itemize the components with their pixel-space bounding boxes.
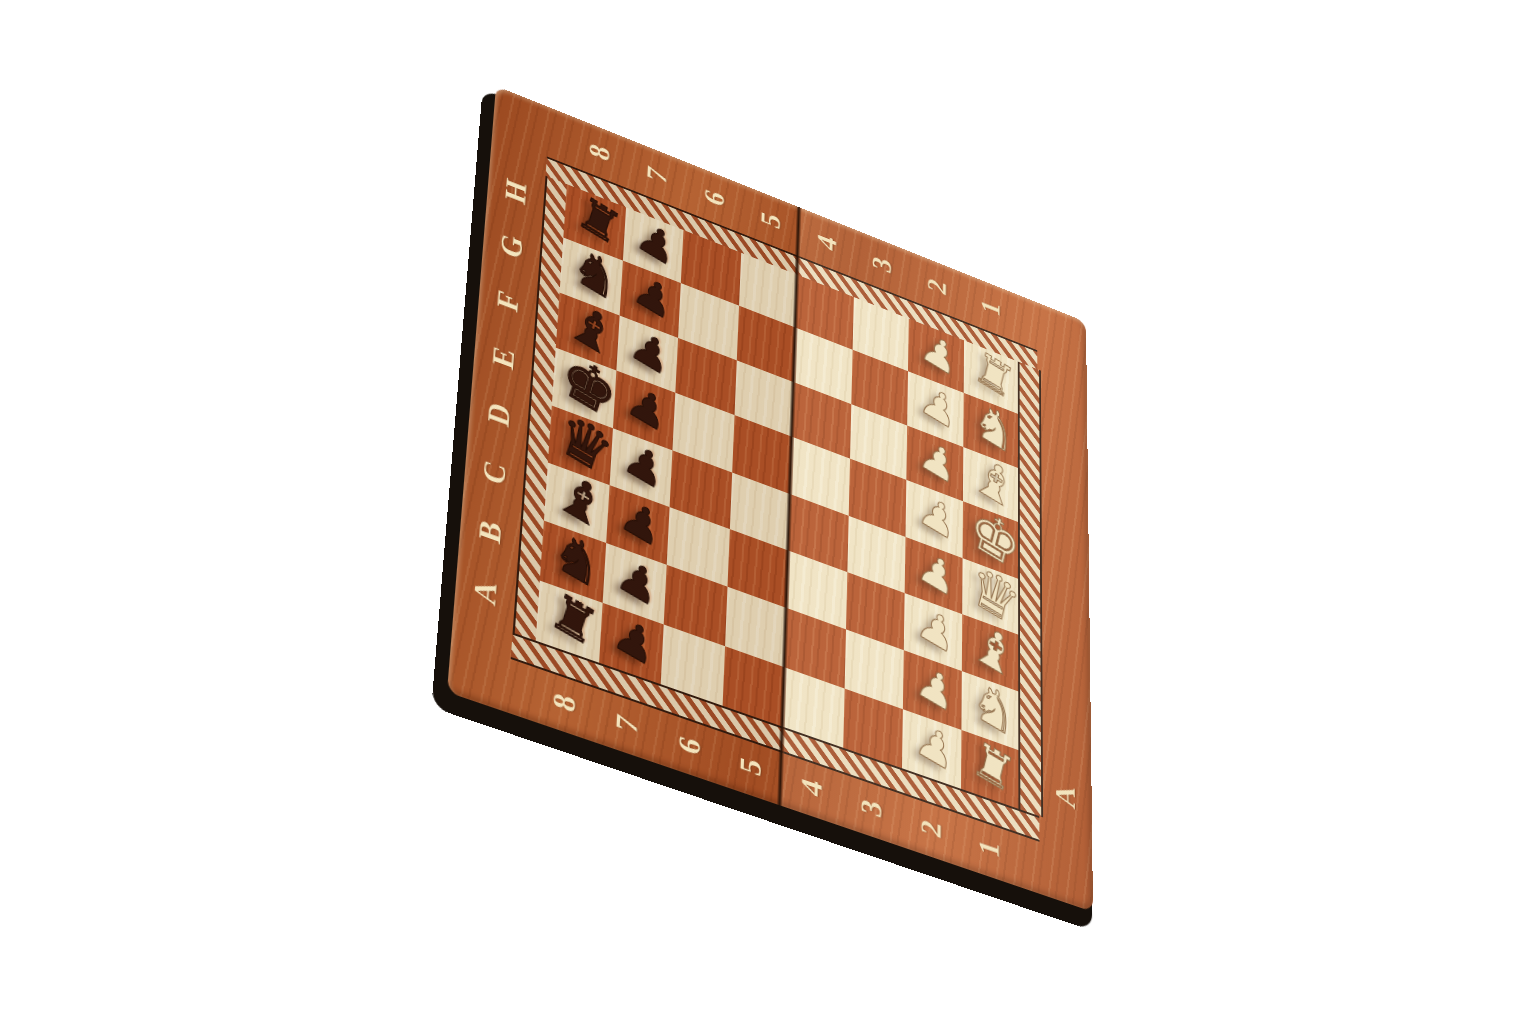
half-tint (447, 86, 1093, 912)
chess-board: ♜♟♟♜♞♟♟♞♝♟♟♝♚♟♟♚♛♟♟♛♝♟♟♝♞♟♟♞♜♟♟♜ HGFEDCB… (447, 86, 1093, 912)
photo-stage: ♜♟♟♜♞♟♟♞♝♟♟♝♚♟♟♚♛♟♟♛♝♟♟♝♞♟♟♞♜♟♟♜ HGFEDCB… (0, 0, 1536, 1024)
